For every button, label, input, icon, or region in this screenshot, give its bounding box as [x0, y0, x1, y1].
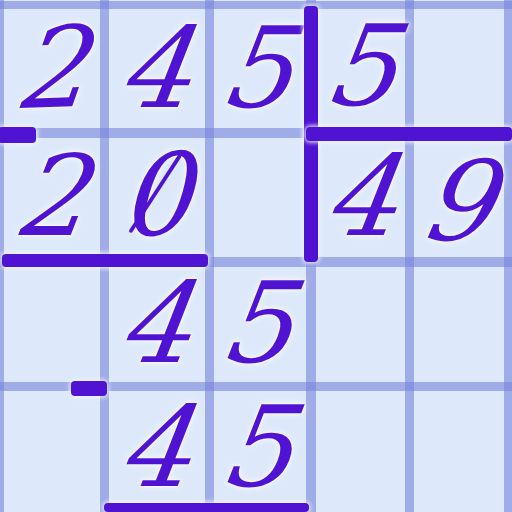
cell-r2c2[interactable]: 0 [108, 137, 204, 254]
digit-r2c5: 9 [413, 143, 504, 257]
cell-r2c4[interactable]: 4 [318, 137, 405, 254]
puzzle-board: 245520494545 [0, 0, 512, 512]
digit-r1c3: 5 [214, 12, 301, 124]
border-h-below-row4-cols2-3[interactable] [104, 503, 309, 512]
cell-r1c2[interactable]: 4 [108, 9, 204, 127]
digit-r2c1: 2 [8, 140, 95, 252]
digit-r1c1: 2 [10, 11, 93, 125]
cell-r4c5[interactable] [413, 391, 504, 503]
cell-r4c4[interactable] [318, 391, 405, 503]
border-h-below-row2-cols1-2[interactable] [2, 254, 208, 267]
border-dash-below-row3-col1[interactable] [71, 381, 107, 396]
cell-r3c3[interactable]: 5 [212, 265, 304, 381]
digit-r1c4: 5 [318, 10, 405, 122]
cell-r3c5[interactable] [413, 265, 504, 381]
border-h-below-row1-cols4-5[interactable] [306, 127, 512, 141]
cell-r1c4[interactable]: 5 [318, 9, 405, 127]
digit-r2c2: 0 [118, 136, 194, 255]
cell-r1c3[interactable]: 5 [212, 9, 304, 127]
cell-r1c1[interactable]: 2 [4, 9, 100, 127]
cell-r4c1[interactable] [4, 391, 100, 503]
digit-r4c3: 5 [214, 391, 301, 503]
cell-r4c2[interactable]: 4 [108, 391, 204, 503]
cell-r1c5[interactable] [413, 9, 504, 127]
digit-r3c3: 5 [214, 267, 301, 379]
cell-r2c1[interactable]: 2 [4, 137, 100, 254]
cell-r4c3[interactable]: 5 [212, 391, 304, 503]
digit-r2c4: 4 [318, 140, 405, 252]
cell-r3c4[interactable] [318, 265, 405, 381]
cell-r3c1[interactable] [4, 265, 100, 381]
digit-r3c2: 4 [112, 267, 199, 379]
cell-r2c5[interactable]: 9 [413, 137, 504, 254]
grid-line-v-right [504, 0, 512, 512]
cell-r3c2[interactable]: 4 [108, 265, 204, 381]
cell-r2c3[interactable] [212, 137, 304, 254]
digit-r4c2: 4 [112, 391, 199, 503]
digit-r1c2: 4 [112, 12, 199, 124]
border-dash-below-row1-col1-left[interactable] [0, 127, 36, 143]
